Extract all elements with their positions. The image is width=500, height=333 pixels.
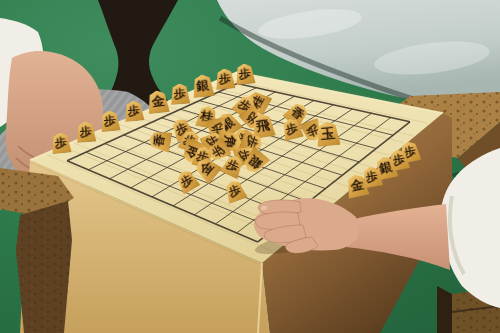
board-cell-r1c3[interactable] bbox=[148, 95, 185, 112]
board-cell-r3c7[interactable] bbox=[295, 128, 332, 145]
board-cell-r1c5[interactable] bbox=[222, 95, 259, 112]
board-cell-r8c7[interactable] bbox=[295, 212, 332, 229]
board-cell-r1c8[interactable] bbox=[332, 95, 369, 112]
board-cell-r7c7[interactable] bbox=[295, 195, 332, 212]
board-cell-r2c5[interactable] bbox=[222, 112, 259, 129]
board-cell-r9c4[interactable] bbox=[185, 228, 222, 245]
board-cell-r4c4[interactable] bbox=[185, 145, 222, 162]
board-cell-r9c5[interactable] bbox=[222, 228, 259, 245]
board-cell-r6c6[interactable] bbox=[258, 178, 295, 195]
board-cell-r2c9[interactable] bbox=[368, 112, 405, 129]
board-cell-r6c7[interactable] bbox=[295, 178, 332, 195]
board-cell-r4c9[interactable] bbox=[368, 145, 405, 162]
board-cell-r4c3[interactable] bbox=[148, 145, 185, 162]
board-cell-r9c1[interactable] bbox=[75, 228, 112, 245]
board-cell-r5c9[interactable] bbox=[368, 162, 405, 179]
board-cell-r3c3[interactable] bbox=[148, 128, 185, 145]
board-cell-r5c5[interactable] bbox=[222, 162, 259, 179]
board-cell-r5c8[interactable] bbox=[332, 162, 369, 179]
board-cell-r5c7[interactable] bbox=[295, 162, 332, 179]
board-cell-r4c1[interactable] bbox=[75, 145, 112, 162]
board-cell-r8c8[interactable] bbox=[332, 212, 369, 229]
board-cell-r5c2[interactable] bbox=[112, 162, 149, 179]
board-cell-r1c1[interactable] bbox=[75, 95, 112, 112]
board-cell-r8c6[interactable] bbox=[258, 212, 295, 229]
board-cell-r7c5[interactable] bbox=[222, 195, 259, 212]
board-cell-r7c9[interactable] bbox=[368, 195, 405, 212]
board-cell-r8c3[interactable] bbox=[148, 212, 185, 229]
board-cell-r9c9[interactable] bbox=[368, 228, 405, 245]
board-cell-r4c5[interactable] bbox=[222, 145, 259, 162]
board-cell-r2c4[interactable] bbox=[185, 112, 222, 129]
board-cell-r8c5[interactable] bbox=[222, 212, 259, 229]
board-cell-r9c3[interactable] bbox=[148, 228, 185, 245]
board-cell-r6c1[interactable] bbox=[75, 178, 112, 195]
board-cell-r3c9[interactable] bbox=[368, 128, 405, 145]
board-cell-r1c4[interactable] bbox=[185, 95, 222, 112]
board-cell-r7c2[interactable] bbox=[112, 195, 149, 212]
board-cell-r3c8[interactable] bbox=[332, 128, 369, 145]
board-cell-r3c2[interactable] bbox=[112, 128, 149, 145]
board-cell-r8c9[interactable] bbox=[368, 212, 405, 229]
board-cell-r7c6[interactable] bbox=[258, 195, 295, 212]
board-cell-r4c7[interactable] bbox=[295, 145, 332, 162]
komadai-left-stand bbox=[0, 168, 74, 333]
board-cell-r1c9[interactable] bbox=[368, 95, 405, 112]
board-cell-r7c1[interactable] bbox=[75, 195, 112, 212]
board-cell-r6c4[interactable] bbox=[185, 178, 222, 195]
board-cell-r8c4[interactable] bbox=[185, 212, 222, 229]
board-cell-r7c4[interactable] bbox=[185, 195, 222, 212]
board-cell-r1c6[interactable] bbox=[258, 95, 295, 112]
board-cell-r7c8[interactable] bbox=[332, 195, 369, 212]
board-cell-r9c7[interactable] bbox=[295, 228, 332, 245]
board-cell-r8c2[interactable] bbox=[112, 212, 149, 229]
board-cell-r1c7[interactable] bbox=[295, 95, 332, 112]
board-cell-r2c3[interactable] bbox=[148, 112, 185, 129]
board-cell-r9c6[interactable] bbox=[258, 228, 295, 245]
board-cell-r2c1[interactable] bbox=[75, 112, 112, 129]
board-cell-r6c2[interactable] bbox=[112, 178, 149, 195]
board-cell-r8c1[interactable] bbox=[75, 212, 112, 229]
board-cell-r9c8[interactable] bbox=[332, 228, 369, 245]
board-cell-r7c3[interactable] bbox=[148, 195, 185, 212]
board-cell-r2c2[interactable] bbox=[112, 112, 149, 129]
board-cell-r3c6[interactable] bbox=[258, 128, 295, 145]
board-cell-r6c5[interactable] bbox=[222, 178, 259, 195]
board-cell-r5c3[interactable] bbox=[148, 162, 185, 179]
board-cell-r6c9[interactable] bbox=[368, 178, 405, 195]
board-cell-r5c1[interactable] bbox=[75, 162, 112, 179]
board-cell-r9c2[interactable] bbox=[112, 228, 149, 245]
board-cell-r3c4[interactable] bbox=[185, 128, 222, 145]
board-cell-r6c3[interactable] bbox=[148, 178, 185, 195]
board-cell-r2c7[interactable] bbox=[295, 112, 332, 129]
board-cell-r3c5[interactable] bbox=[222, 128, 259, 145]
board-cell-r6c8[interactable] bbox=[332, 178, 369, 195]
board-cell-r5c6[interactable] bbox=[258, 162, 295, 179]
shogi-match-photo: 歩歩銀歩金歩歩歩歩桂歩香桂歩銀飛歩歩歩歩玉歩香歩歩角歩歩金歩歩銀歩金歩歩歩歩銀歩… bbox=[0, 0, 500, 333]
board-cell-r5c4[interactable] bbox=[185, 162, 222, 179]
board-cell-r2c6[interactable] bbox=[258, 112, 295, 129]
board-cell-r3c1[interactable] bbox=[75, 128, 112, 145]
board-cell-r4c2[interactable] bbox=[112, 145, 149, 162]
board-cell-r4c6[interactable] bbox=[258, 145, 295, 162]
board-cell-r2c8[interactable] bbox=[332, 112, 369, 129]
board-cell-r4c8[interactable] bbox=[332, 145, 369, 162]
board-cell-r1c2[interactable] bbox=[112, 95, 149, 112]
